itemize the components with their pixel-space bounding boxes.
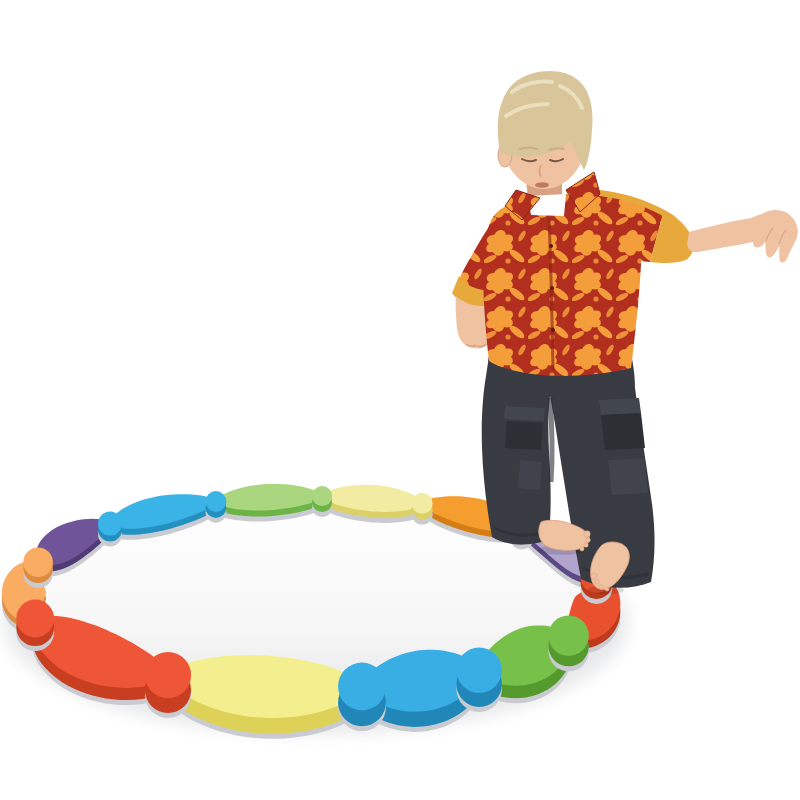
left-foot-toe [586,538,591,543]
knob-blue [457,648,502,693]
pants-inseam-shadow [550,398,552,482]
left-foot-toe [584,543,588,547]
knob-light-green [312,486,332,506]
cargo-pocket-left [505,421,543,450]
right-foot-toe [595,580,600,585]
knob-red-orange [16,600,54,638]
cargo-pocket-right [601,413,645,450]
knob-cyan-blue [206,491,227,512]
mouth [535,182,549,188]
left-foot-toe [580,547,584,551]
knob-cyan-blue [98,512,122,536]
knob-green [548,615,588,655]
cargo-pocket-flap-right [599,398,641,415]
right-foot-toe [605,587,609,591]
knob-red-orange [145,652,191,698]
cargo-pocket-flap-left [504,406,545,421]
cargo-pocket-left-lower [518,460,542,490]
shirt-button [549,244,553,248]
shirt-button [550,286,554,290]
cargo-pocket-right-lower [608,458,648,495]
right-foot-toe [599,585,603,589]
left-foot-big-toe [584,531,590,537]
knob-blue [338,663,386,711]
knob-pale-yellow [412,493,433,514]
shirt-button [551,328,555,332]
knob-peach-orange [23,548,53,578]
right-foot-big-toe [591,573,597,579]
product-photo [0,0,800,800]
